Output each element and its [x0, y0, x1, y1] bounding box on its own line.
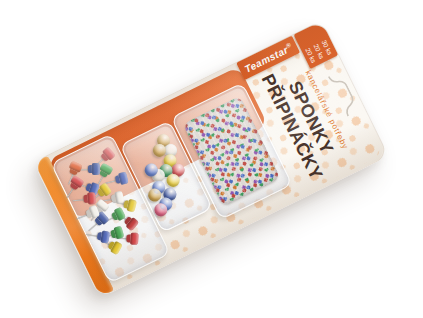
- pin-cap: [92, 163, 100, 175]
- pin-cap: [130, 233, 139, 246]
- photo-canvas: 30 ks 20 ks 20 ks Teamstar® kancelářské …: [0, 0, 423, 318]
- pin-needle: [66, 188, 73, 198]
- blister-card: 30 ks 20 ks 20 ks Teamstar® kancelářské …: [33, 20, 389, 299]
- pin-flange: [88, 165, 92, 173]
- push-pin: [86, 227, 111, 244]
- pin-needle: [76, 214, 87, 219]
- pin-flange: [83, 195, 88, 203]
- registered-mark: ®: [285, 41, 292, 49]
